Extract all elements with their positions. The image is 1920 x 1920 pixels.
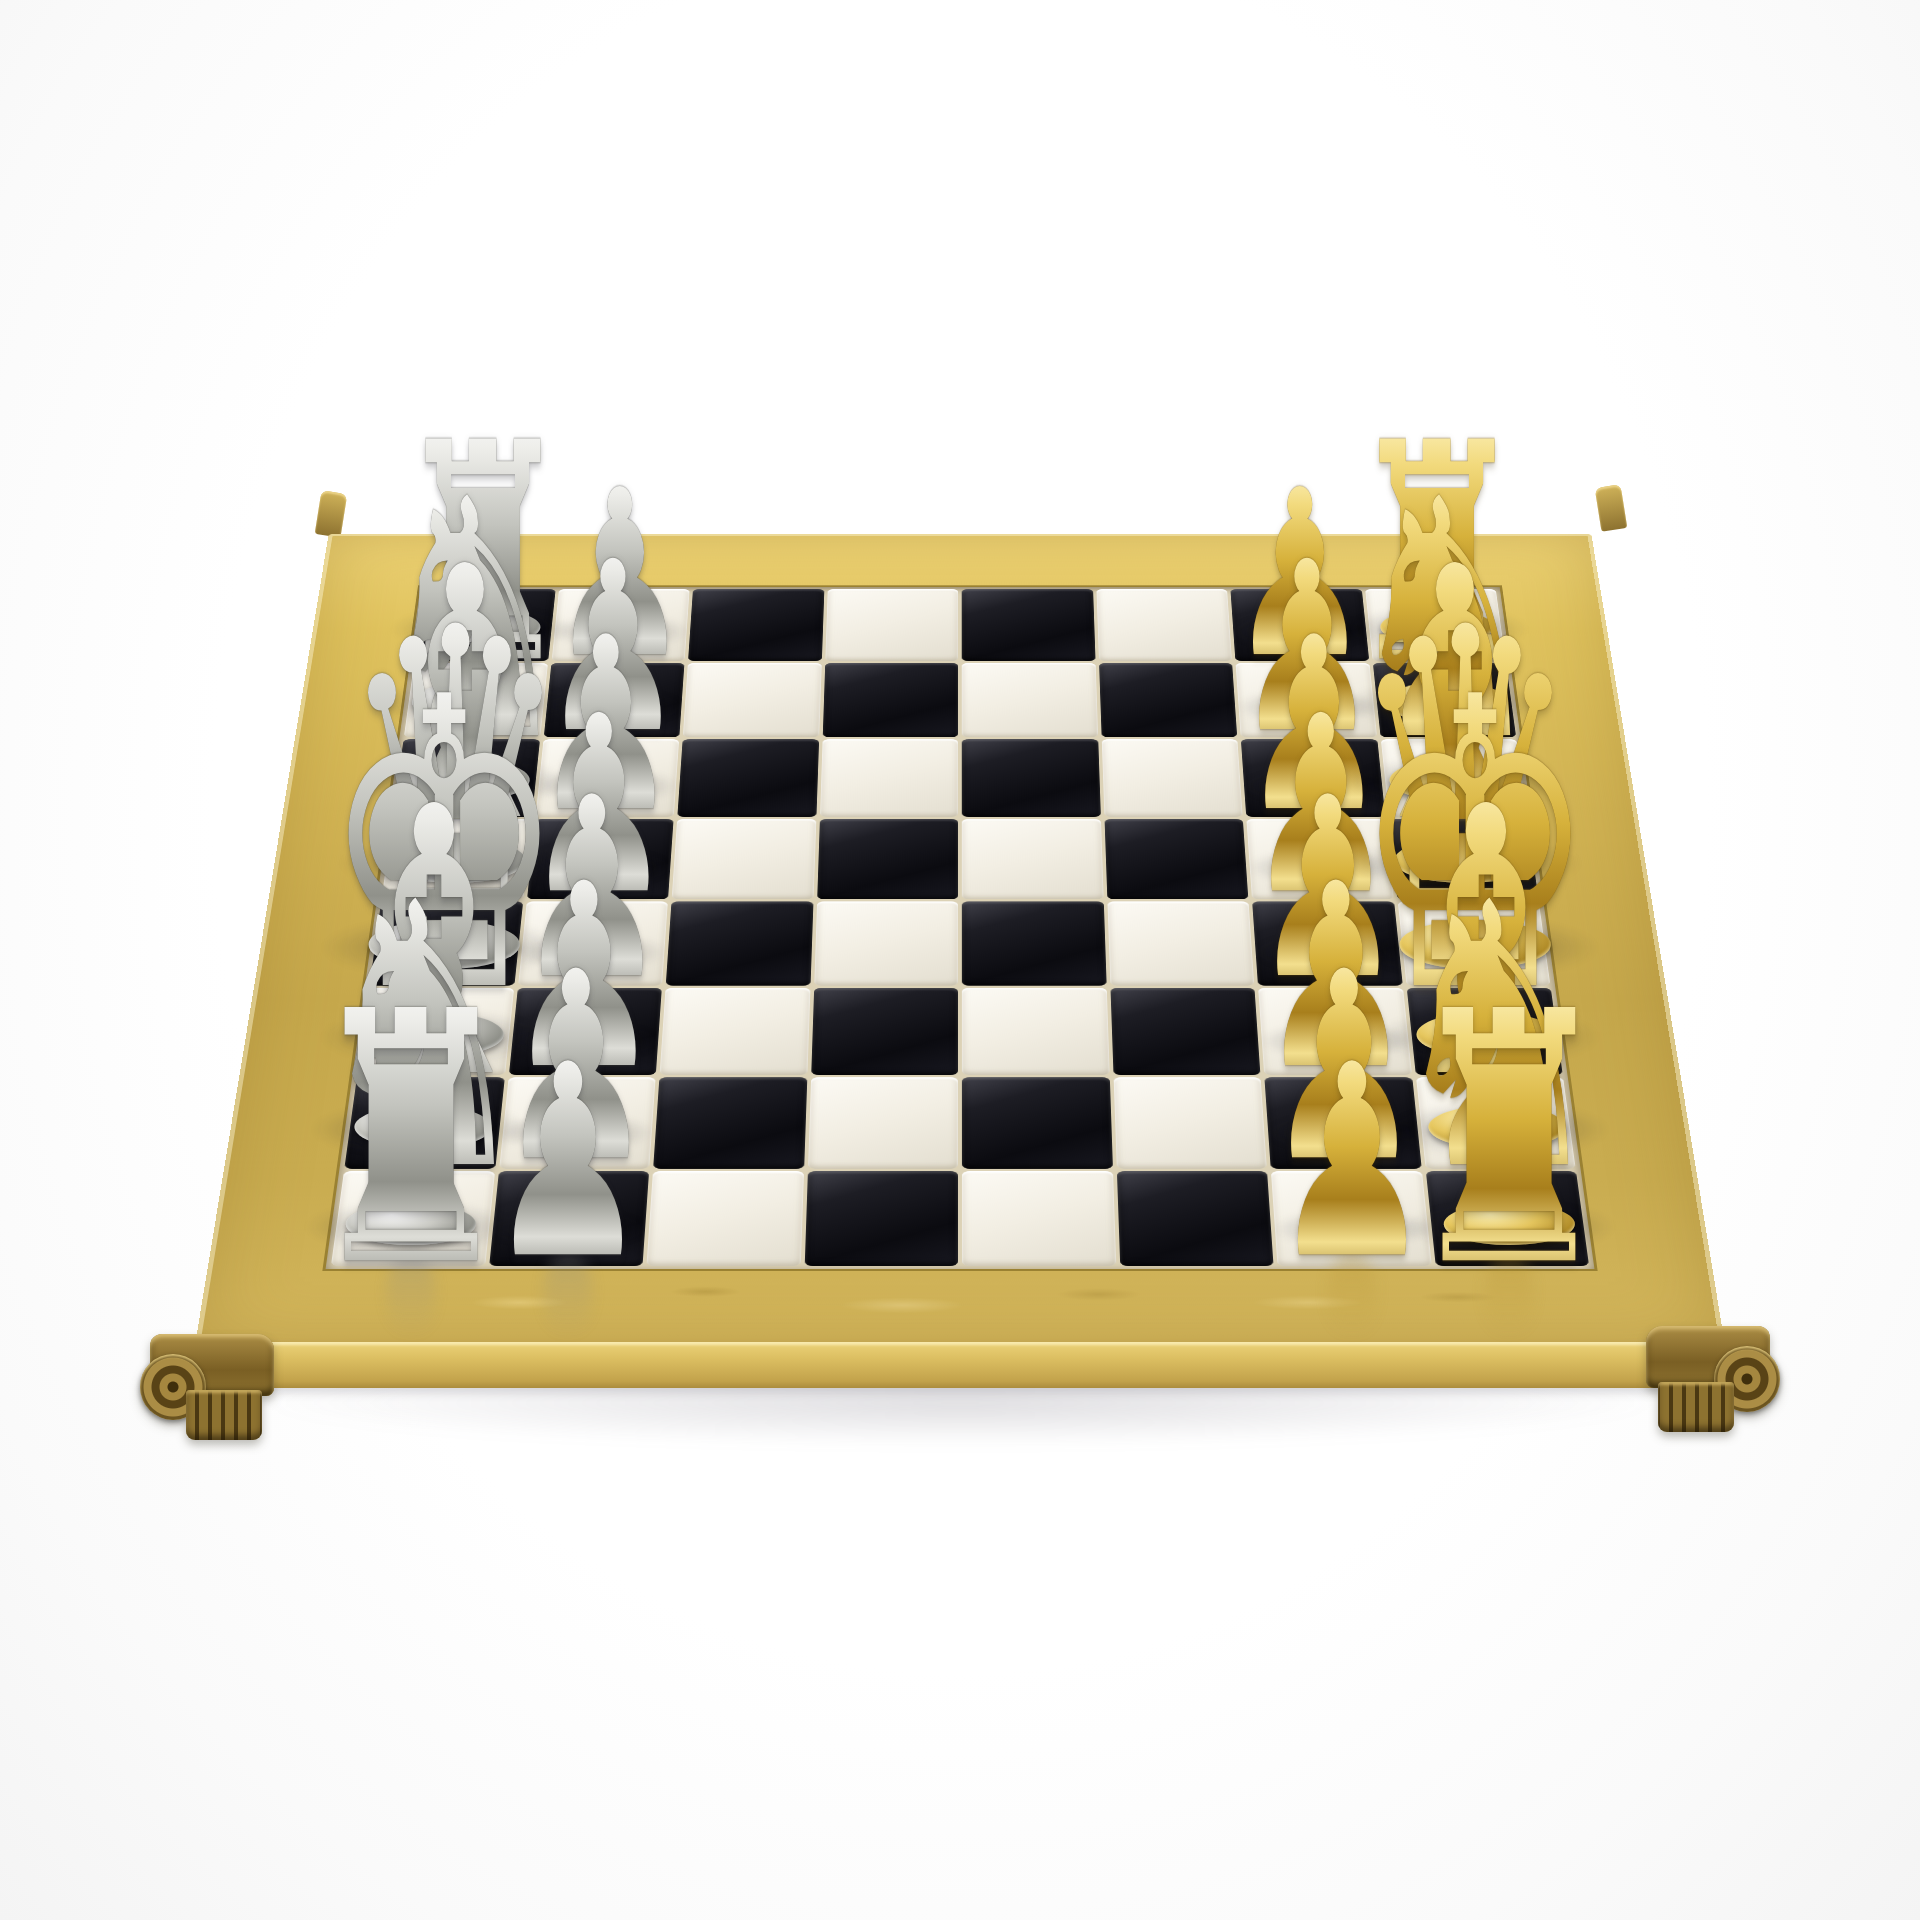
black-pawn[interactable]: ♟ xyxy=(1286,1038,1418,1238)
white-pawn[interactable]: ♟ xyxy=(502,1038,634,1238)
scene: ♜♞♝♛♚♝♞♜♟♟♟♟♟♟♟♟♟♟♟♟♟♟♟♟♜♞♝♛♚♝♞♜ xyxy=(0,0,1920,1920)
pieces-layer: ♜♞♝♛♚♝♞♜♟♟♟♟♟♟♟♟♟♟♟♟♟♟♟♟♜♞♝♛♚♝♞♜ xyxy=(0,0,1920,1920)
white-rook[interactable]: ♜ xyxy=(325,976,497,1237)
black-rook[interactable]: ♜ xyxy=(1423,976,1595,1237)
white-pawn-glyph: ♟ xyxy=(487,1030,649,1295)
black-rook-glyph: ♜ xyxy=(1403,967,1614,1314)
white-rook-glyph: ♜ xyxy=(305,967,516,1314)
